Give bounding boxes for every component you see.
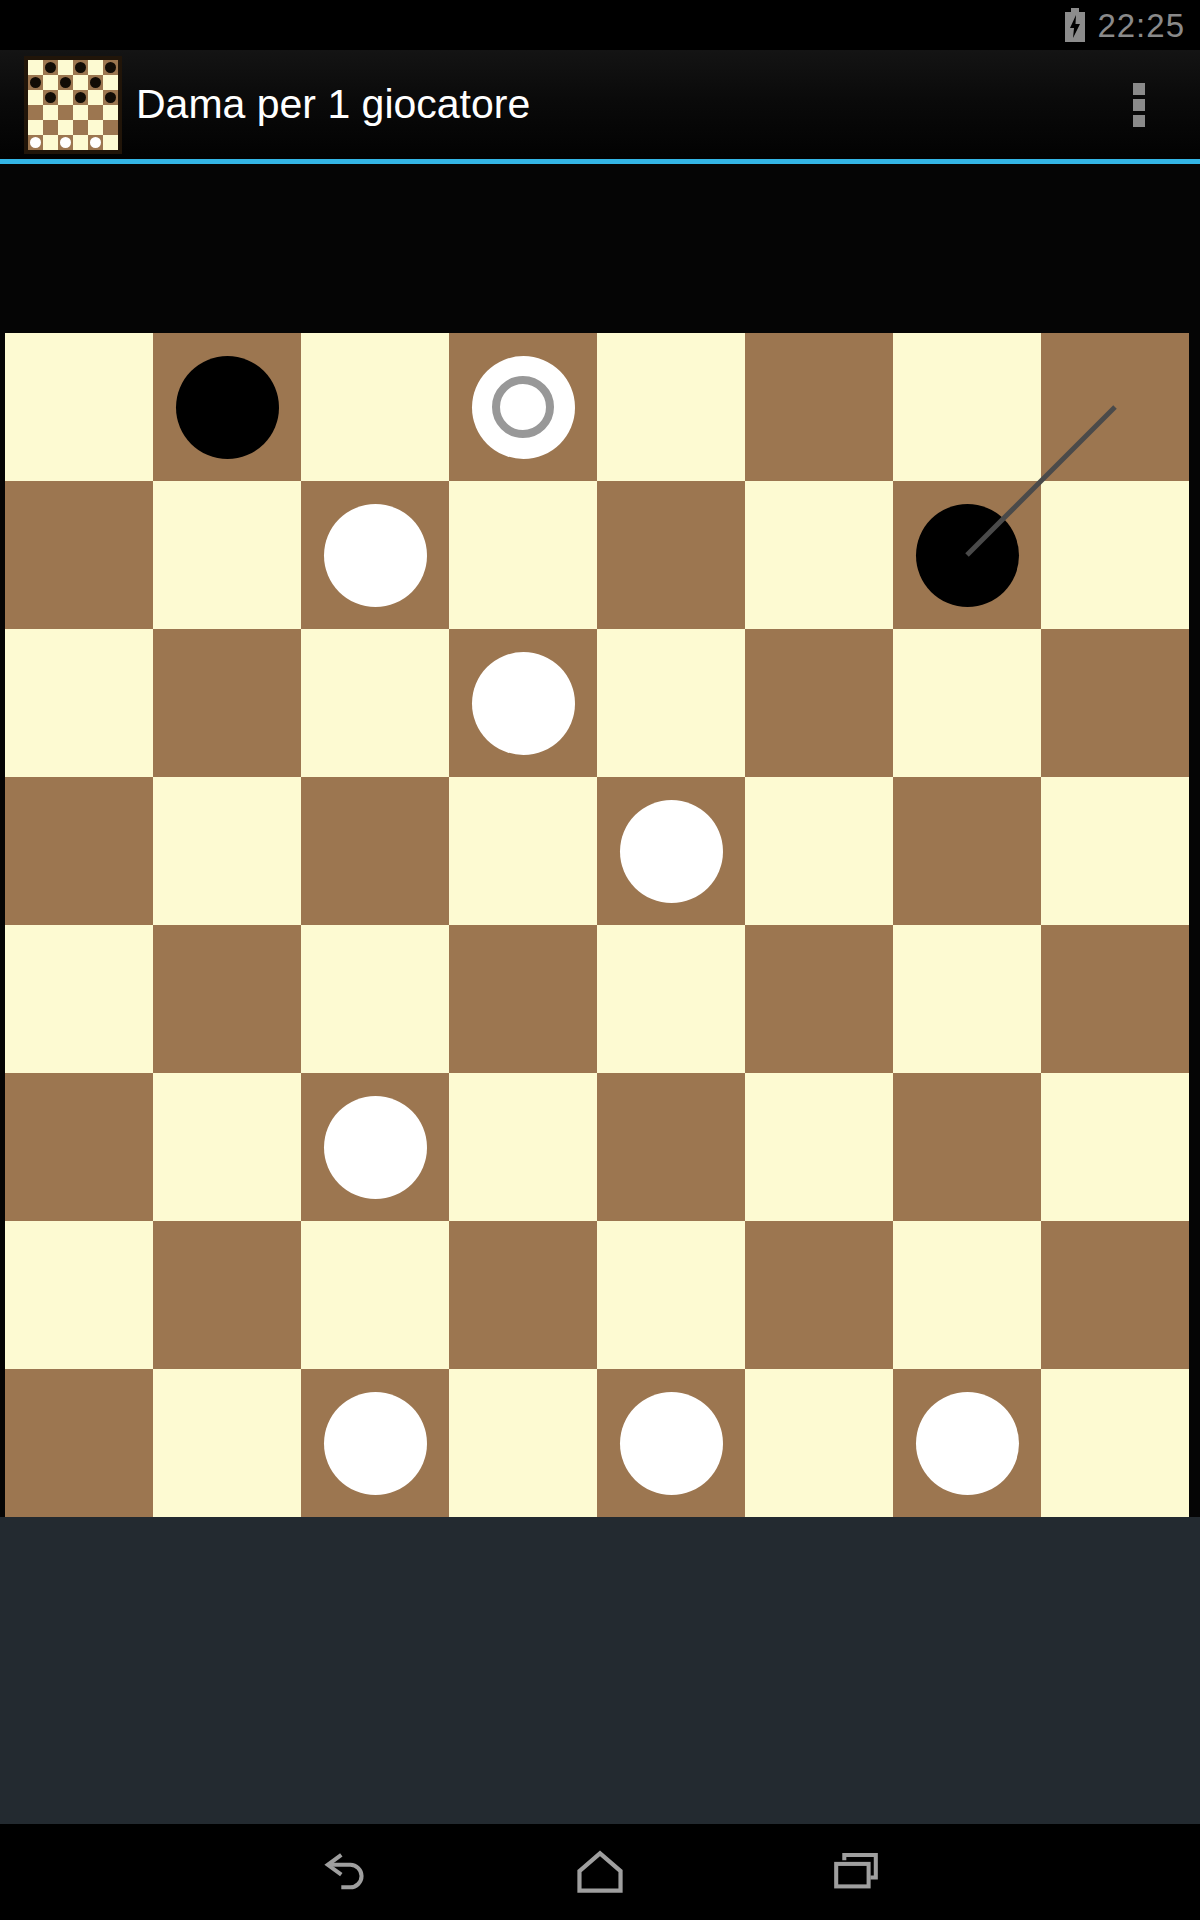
app-icon-square — [58, 75, 73, 90]
board-square[interactable] — [1041, 925, 1189, 1073]
white-man[interactable] — [916, 1392, 1019, 1495]
board-square[interactable] — [597, 481, 745, 629]
white-man[interactable] — [472, 652, 575, 755]
app-icon-square — [43, 105, 58, 120]
board-square[interactable] — [301, 1073, 449, 1221]
app-icon-black-piece — [105, 92, 116, 103]
app-icon-square — [73, 75, 88, 90]
recents-button[interactable] — [826, 1842, 886, 1902]
overflow-dot-icon — [1133, 99, 1145, 111]
board-square[interactable] — [893, 1073, 1041, 1221]
board-square[interactable] — [153, 1369, 301, 1517]
app-icon-square — [103, 60, 118, 75]
action-bar: Dama per 1 giocatore — [0, 50, 1200, 159]
board-square[interactable] — [745, 333, 893, 481]
board-square[interactable] — [597, 777, 745, 925]
board-square[interactable] — [1041, 777, 1189, 925]
board-square[interactable] — [745, 1073, 893, 1221]
app-icon-black-piece — [60, 77, 71, 88]
black-man[interactable] — [176, 356, 279, 459]
app-icon-square — [103, 135, 118, 150]
board-square[interactable] — [449, 629, 597, 777]
board-square[interactable] — [153, 925, 301, 1073]
white-man[interactable] — [324, 504, 427, 607]
board-square[interactable] — [893, 777, 1041, 925]
board-square[interactable] — [153, 1221, 301, 1369]
board-square[interactable] — [597, 1073, 745, 1221]
board-square[interactable] — [893, 629, 1041, 777]
app-icon-black-piece — [45, 92, 56, 103]
board-square[interactable] — [1041, 629, 1189, 777]
board-square[interactable] — [301, 1369, 449, 1517]
board-square[interactable] — [1041, 1073, 1189, 1221]
app-icon-square — [58, 135, 73, 150]
app-icon-black-piece — [75, 92, 86, 103]
app-icon-black-piece — [105, 62, 116, 73]
white-man[interactable] — [620, 800, 723, 903]
white-man[interactable] — [620, 1392, 723, 1495]
black-man[interactable] — [916, 504, 1019, 607]
app-icon-black-piece — [45, 62, 56, 73]
board-square[interactable] — [893, 333, 1041, 481]
app-icon-square — [58, 120, 73, 135]
app-icon-square — [43, 60, 58, 75]
board-square[interactable] — [5, 333, 153, 481]
board-square[interactable] — [449, 925, 597, 1073]
board-square[interactable] — [1041, 481, 1189, 629]
board-square[interactable] — [745, 777, 893, 925]
app-icon-square — [28, 105, 43, 120]
below-board-panel — [0, 1517, 1200, 1824]
board-square[interactable] — [5, 1369, 153, 1517]
board-square[interactable] — [893, 1221, 1041, 1369]
app-icon-square — [73, 120, 88, 135]
board-square[interactable] — [893, 1369, 1041, 1517]
app-icon-square — [28, 75, 43, 90]
app-icon-square — [103, 120, 118, 135]
board-square[interactable] — [153, 629, 301, 777]
app-icon-square — [28, 135, 43, 150]
app-icon-square — [103, 90, 118, 105]
app-icon-square — [43, 120, 58, 135]
back-icon — [317, 1845, 371, 1899]
overflow-dot-icon — [1133, 115, 1145, 127]
board-square[interactable] — [745, 629, 893, 777]
back-button[interactable] — [314, 1842, 374, 1902]
white-man[interactable] — [324, 1392, 427, 1495]
app-icon-square — [43, 90, 58, 105]
app-icon-square — [88, 75, 103, 90]
board-square[interactable] — [301, 777, 449, 925]
app-icon-square — [43, 75, 58, 90]
board-square[interactable] — [745, 1369, 893, 1517]
app-icon-square — [88, 60, 103, 75]
app-icon-white-piece — [90, 137, 101, 148]
king-ring — [492, 376, 554, 438]
board-square[interactable] — [301, 1221, 449, 1369]
actionbar-underline — [0, 159, 1200, 164]
app-icon-square — [43, 135, 58, 150]
board-square[interactable] — [449, 1221, 597, 1369]
app-icon-square — [103, 105, 118, 120]
board-square[interactable] — [449, 481, 597, 629]
app-icon-square — [73, 60, 88, 75]
checkers-board — [5, 333, 1189, 1517]
home-icon — [572, 1844, 628, 1900]
board-square[interactable] — [5, 481, 153, 629]
app-icon-square — [28, 60, 43, 75]
app-icon-square — [28, 90, 43, 105]
white-king[interactable] — [472, 356, 575, 459]
app-icon-black-piece — [75, 62, 86, 73]
board-square[interactable] — [597, 629, 745, 777]
board-square[interactable] — [1041, 1369, 1189, 1517]
board-square[interactable] — [449, 1073, 597, 1221]
board-square[interactable] — [301, 629, 449, 777]
board-square[interactable] — [5, 1073, 153, 1221]
app-icon-square — [73, 90, 88, 105]
app-icon-square — [28, 120, 43, 135]
app-icon-white-piece — [30, 137, 41, 148]
board-square[interactable] — [597, 333, 745, 481]
status-bar: 22:25 — [0, 0, 1200, 50]
board-square[interactable] — [745, 925, 893, 1073]
board-square[interactable] — [1041, 333, 1189, 481]
app-icon-square — [88, 90, 103, 105]
clock: 22:25 — [1097, 9, 1185, 42]
app-icon-square — [88, 120, 103, 135]
battery-charging-icon — [1065, 8, 1085, 42]
board-square[interactable] — [449, 1369, 597, 1517]
page-title: Dama per 1 giocatore — [136, 81, 530, 128]
board-square[interactable] — [153, 481, 301, 629]
board-square[interactable] — [5, 1221, 153, 1369]
app-icon — [24, 56, 122, 154]
navigation-bar — [0, 1824, 1200, 1920]
board-square[interactable] — [1041, 1221, 1189, 1369]
app-icon-square — [73, 135, 88, 150]
app-icon-white-piece — [60, 137, 71, 148]
board-square[interactable] — [301, 481, 449, 629]
board-square[interactable] — [745, 481, 893, 629]
overflow-menu-button[interactable] — [1123, 73, 1155, 137]
recents-icon — [829, 1845, 883, 1899]
board-square[interactable] — [153, 1073, 301, 1221]
board-square[interactable] — [745, 1221, 893, 1369]
board-square[interactable] — [153, 333, 301, 481]
board-square[interactable] — [893, 481, 1041, 629]
board-square[interactable] — [893, 925, 1041, 1073]
app-icon-square — [73, 105, 88, 120]
board-square[interactable] — [449, 777, 597, 925]
app-icon-square — [58, 105, 73, 120]
app-icon-square — [58, 90, 73, 105]
board-square[interactable] — [153, 777, 301, 925]
board-square[interactable] — [597, 1221, 745, 1369]
home-button[interactable] — [570, 1842, 630, 1902]
app-icon-square — [58, 60, 73, 75]
overflow-dot-icon — [1133, 83, 1145, 95]
board-square[interactable] — [5, 629, 153, 777]
app-icon-black-piece — [90, 77, 101, 88]
board-square[interactable] — [5, 777, 153, 925]
app-icon-square — [88, 135, 103, 150]
board-square[interactable] — [301, 333, 449, 481]
screen: 22:25 Dama per 1 giocatore — [0, 0, 1200, 1920]
white-man[interactable] — [324, 1096, 427, 1199]
board-square[interactable] — [301, 925, 449, 1073]
app-icon-square — [88, 105, 103, 120]
board-square[interactable] — [597, 1369, 745, 1517]
board-square[interactable] — [597, 925, 745, 1073]
app-icon-black-piece — [30, 77, 41, 88]
board-square[interactable] — [449, 333, 597, 481]
app-icon-square — [103, 75, 118, 90]
board-square[interactable] — [5, 925, 153, 1073]
